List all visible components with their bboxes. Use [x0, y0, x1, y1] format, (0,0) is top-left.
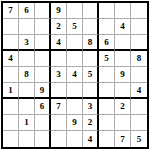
cell-r2c7-empty[interactable] [99, 19, 115, 35]
cell-r2c2-empty[interactable] [19, 19, 35, 35]
cell-r5c6-given[interactable]: 5 [83, 67, 99, 83]
cell-r9c3-empty[interactable] [35, 131, 51, 147]
cell-r2c9-empty[interactable] [131, 19, 147, 35]
cell-r3c7-given[interactable]: 6 [99, 35, 115, 51]
cell-r6c5-empty[interactable] [67, 83, 83, 99]
cell-r2c3-empty[interactable] [35, 19, 51, 35]
sudoku-board: 7692543486458834591946732192475 [1, 1, 149, 149]
cell-r8c1-empty[interactable] [3, 115, 19, 131]
cell-r2c4-given[interactable]: 2 [51, 19, 67, 35]
cell-r8c5-given[interactable]: 9 [67, 115, 83, 131]
cell-r3c3-empty[interactable] [35, 35, 51, 51]
cell-r8c9-empty[interactable] [131, 115, 147, 131]
cell-r4c4-empty[interactable] [51, 51, 67, 67]
cell-r2c8-given[interactable]: 4 [115, 19, 131, 35]
cell-r7c9-empty[interactable] [131, 99, 147, 115]
cell-r8c4-empty[interactable] [51, 115, 67, 131]
cell-r6c1-given[interactable]: 1 [3, 83, 19, 99]
cell-r6c9-given[interactable]: 4 [131, 83, 147, 99]
cell-r1c9-empty[interactable] [131, 3, 147, 19]
cell-r1c3-empty[interactable] [35, 3, 51, 19]
cell-r7c2-empty[interactable] [19, 99, 35, 115]
cell-r4c9-given[interactable]: 8 [131, 51, 147, 67]
cell-r4c2-empty[interactable] [19, 51, 35, 67]
cell-r8c8-empty[interactable] [115, 115, 131, 131]
cell-r1c6-empty[interactable] [83, 3, 99, 19]
cell-r6c7-empty[interactable] [99, 83, 115, 99]
cell-r9c8-given[interactable]: 7 [115, 131, 131, 147]
cell-r5c4-given[interactable]: 3 [51, 67, 67, 83]
cell-r7c6-given[interactable]: 3 [83, 99, 99, 115]
cell-r5c8-given[interactable]: 9 [115, 67, 131, 83]
cell-r6c6-empty[interactable] [83, 83, 99, 99]
cell-r4c8-empty[interactable] [115, 51, 131, 67]
cell-r1c4-given[interactable]: 9 [51, 3, 67, 19]
cell-r7c5-empty[interactable] [67, 99, 83, 115]
cell-r9c5-empty[interactable] [67, 131, 83, 147]
cell-r8c3-empty[interactable] [35, 115, 51, 131]
cell-r8c6-given[interactable]: 2 [83, 115, 99, 131]
cell-r9c7-empty[interactable] [99, 131, 115, 147]
cell-r3c5-empty[interactable] [67, 35, 83, 51]
cell-r1c2-given[interactable]: 6 [19, 3, 35, 19]
cell-r6c3-given[interactable]: 9 [35, 83, 51, 99]
cell-r9c6-given[interactable]: 4 [83, 131, 99, 147]
cell-r6c8-empty[interactable] [115, 83, 131, 99]
cell-r3c1-empty[interactable] [3, 35, 19, 51]
cell-r1c1-given[interactable]: 7 [3, 3, 19, 19]
cell-r8c2-given[interactable]: 1 [19, 115, 35, 131]
cell-r9c1-empty[interactable] [3, 131, 19, 147]
cell-r7c1-empty[interactable] [3, 99, 19, 115]
cell-r3c8-empty[interactable] [115, 35, 131, 51]
cell-r2c6-empty[interactable] [83, 19, 99, 35]
cell-r9c9-given[interactable]: 5 [131, 131, 147, 147]
cell-r1c5-empty[interactable] [67, 3, 83, 19]
cell-r2c5-given[interactable]: 5 [67, 19, 83, 35]
cell-r5c1-empty[interactable] [3, 67, 19, 83]
sudoku-grid: 7692543486458834591946732192475 [3, 3, 147, 147]
cell-r3c4-given[interactable]: 4 [51, 35, 67, 51]
cell-r7c8-given[interactable]: 2 [115, 99, 131, 115]
cell-r3c9-empty[interactable] [131, 35, 147, 51]
cell-r6c2-empty[interactable] [19, 83, 35, 99]
cell-r3c2-given[interactable]: 3 [19, 35, 35, 51]
cell-r5c5-given[interactable]: 4 [67, 67, 83, 83]
cell-r6c4-empty[interactable] [51, 83, 67, 99]
cell-r3c6-given[interactable]: 8 [83, 35, 99, 51]
cell-r5c9-empty[interactable] [131, 67, 147, 83]
cell-r5c2-given[interactable]: 8 [19, 67, 35, 83]
cell-r7c7-empty[interactable] [99, 99, 115, 115]
cell-r5c7-empty[interactable] [99, 67, 115, 83]
cell-r1c8-empty[interactable] [115, 3, 131, 19]
cell-r5c3-empty[interactable] [35, 67, 51, 83]
cell-r7c4-given[interactable]: 7 [51, 99, 67, 115]
cell-r4c1-given[interactable]: 4 [3, 51, 19, 67]
cell-r4c7-given[interactable]: 5 [99, 51, 115, 67]
cell-r1c7-empty[interactable] [99, 3, 115, 19]
cell-r4c3-empty[interactable] [35, 51, 51, 67]
cell-r4c5-empty[interactable] [67, 51, 83, 67]
cell-r9c2-empty[interactable] [19, 131, 35, 147]
cell-r2c1-empty[interactable] [3, 19, 19, 35]
cell-r8c7-empty[interactable] [99, 115, 115, 131]
cell-r7c3-given[interactable]: 6 [35, 99, 51, 115]
cell-r9c4-empty[interactable] [51, 131, 67, 147]
cell-r4c6-empty[interactable] [83, 51, 99, 67]
